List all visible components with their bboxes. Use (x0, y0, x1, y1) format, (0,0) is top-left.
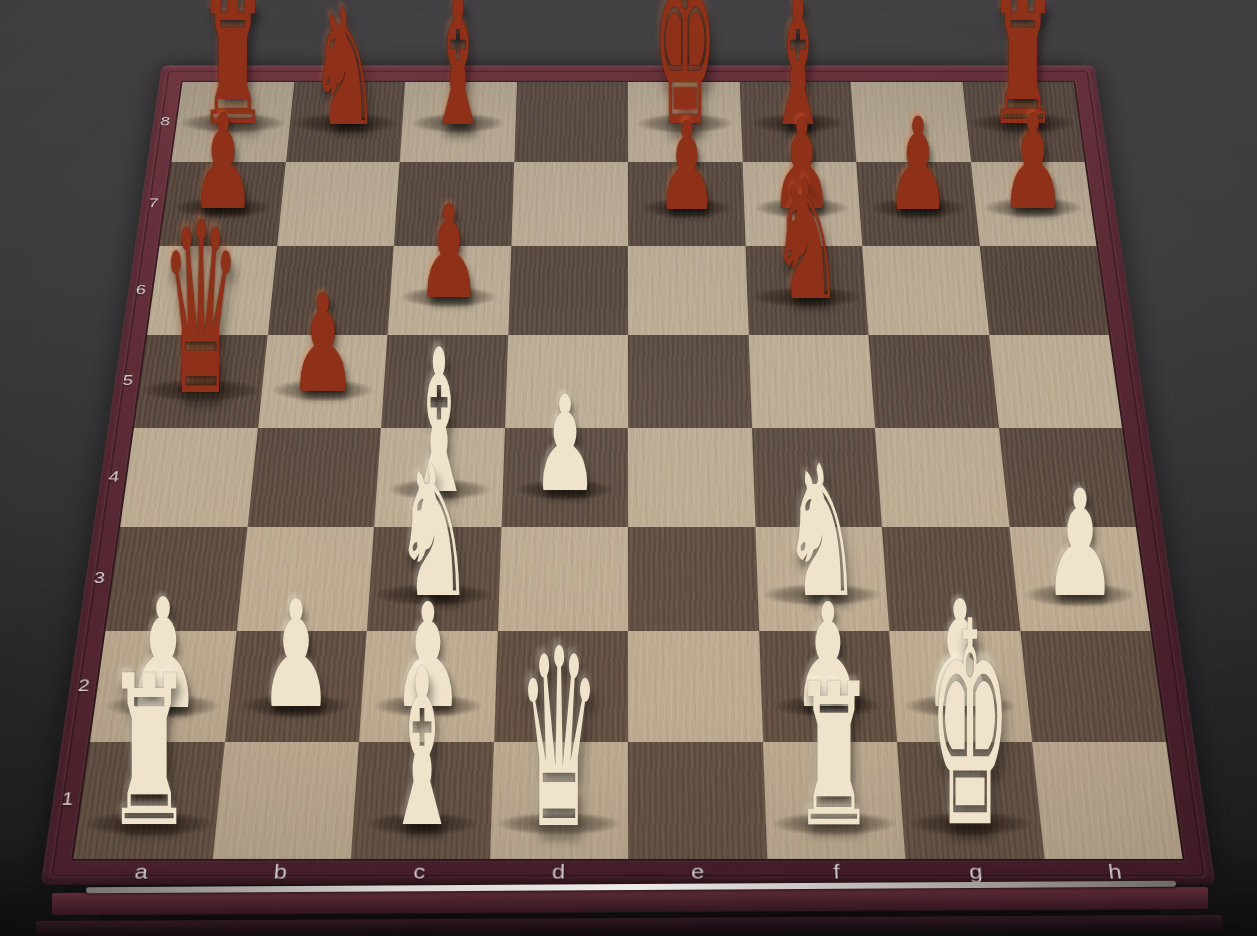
square-h1[interactable] (1032, 742, 1183, 859)
square-g5[interactable] (868, 335, 998, 428)
square-e4[interactable] (628, 428, 755, 527)
square-h6[interactable] (979, 246, 1109, 335)
piece-white-king[interactable]: ♚ (930, 587, 1012, 869)
piece-black-pawn[interactable]: ♟ (886, 100, 950, 228)
piece-black-bishop[interactable]: ♝ (428, 0, 489, 152)
file-label-b: b (210, 860, 351, 884)
piece-white-rook[interactable]: ♜ (793, 659, 875, 856)
square-e2[interactable] (628, 631, 763, 742)
square-h5[interactable] (989, 335, 1122, 428)
piece-black-knight[interactable]: ♞ (770, 157, 843, 323)
file-label-h: h (1044, 860, 1186, 884)
piece-white-rook[interactable]: ♜ (106, 649, 193, 857)
square-g4[interactable] (875, 428, 1009, 527)
square-e1[interactable] (628, 742, 767, 859)
piece-white-pawn[interactable]: ♟ (1043, 471, 1117, 618)
square-d6[interactable] (508, 246, 628, 335)
piece-white-pawn[interactable]: ♟ (531, 379, 597, 511)
square-b4[interactable] (247, 428, 381, 527)
square-d7[interactable] (511, 162, 628, 246)
piece-black-queen[interactable]: ♛ (161, 191, 240, 428)
rank-label-8: 8 (152, 115, 178, 128)
square-d8[interactable] (514, 82, 628, 162)
board-front-edge (52, 887, 1208, 915)
square-h2[interactable] (1020, 631, 1166, 742)
piece-black-pawn[interactable]: ♟ (656, 105, 717, 227)
piece-white-queen[interactable]: ♛ (518, 617, 600, 864)
chess-3d-app: 87654321 abcdefgh ♜♝♛♜♚♟♟♟♟♟♞♞♟♝♟♛♟♟♞♟♟♟… (0, 0, 1257, 936)
piece-white-pawn[interactable]: ♟ (259, 581, 333, 729)
square-g6[interactable] (862, 246, 988, 335)
square-b7[interactable] (277, 162, 400, 246)
square-b1[interactable] (212, 742, 359, 859)
rank-label-5: 5 (114, 373, 142, 388)
rank-label-4: 4 (100, 469, 129, 485)
rank-label-2: 2 (69, 677, 99, 695)
board-base-shadow (36, 915, 1222, 936)
board-edge-groove (100, 910, 1160, 921)
square-e5[interactable] (628, 335, 752, 428)
piece-black-pawn[interactable]: ♟ (417, 189, 481, 317)
piece-black-pawn[interactable]: ♟ (289, 277, 357, 412)
rank-label-1: 1 (52, 790, 83, 809)
square-f5[interactable] (748, 335, 875, 428)
piece-white-bishop[interactable]: ♝ (385, 642, 459, 859)
rank-label-6: 6 (127, 283, 154, 297)
file-label-e: e (628, 860, 767, 884)
square-e3[interactable] (628, 527, 759, 631)
piece-black-pawn[interactable]: ♟ (1001, 98, 1067, 229)
piece-black-knight[interactable]: ♞ (310, 0, 381, 149)
square-e6[interactable] (628, 246, 748, 335)
rank-label-3: 3 (85, 570, 115, 587)
